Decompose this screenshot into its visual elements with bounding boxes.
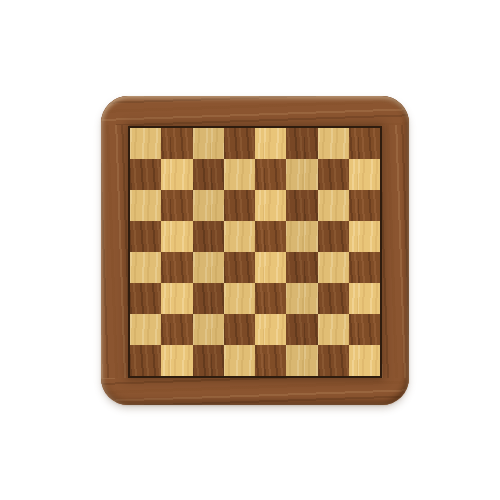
square-b8 [161,128,192,159]
square-e6 [255,190,286,221]
square-f2 [286,314,317,345]
square-d7 [224,159,255,190]
square-b4 [161,252,192,283]
square-d1 [224,345,255,376]
square-d5 [224,221,255,252]
square-g6 [318,190,349,221]
board-frame-left [101,125,129,378]
square-e1 [255,345,286,376]
square-e3 [255,283,286,314]
square-f4 [286,252,317,283]
square-f8 [286,128,317,159]
square-c4 [193,252,224,283]
square-g2 [318,314,349,345]
square-h7 [349,159,380,190]
square-b7 [161,159,192,190]
board-frame-top [101,96,409,126]
board-frame-bottom [101,377,409,405]
square-h5 [349,221,380,252]
square-h1 [349,345,380,376]
square-h6 [349,190,380,221]
square-a3 [130,283,161,314]
square-d6 [224,190,255,221]
square-c3 [193,283,224,314]
product-photo-canvas [0,0,500,500]
square-e7 [255,159,286,190]
square-g7 [318,159,349,190]
square-a1 [130,345,161,376]
square-h2 [349,314,380,345]
square-g3 [318,283,349,314]
chess-board [101,96,409,405]
square-a7 [130,159,161,190]
square-b3 [161,283,192,314]
square-b1 [161,345,192,376]
board-frame-right [381,125,409,378]
square-h8 [349,128,380,159]
square-c1 [193,345,224,376]
square-f7 [286,159,317,190]
square-b6 [161,190,192,221]
square-f5 [286,221,317,252]
square-h4 [349,252,380,283]
square-f1 [286,345,317,376]
square-a2 [130,314,161,345]
square-g5 [318,221,349,252]
square-d2 [224,314,255,345]
square-a8 [130,128,161,159]
square-c2 [193,314,224,345]
square-c5 [193,221,224,252]
square-e5 [255,221,286,252]
square-d3 [224,283,255,314]
square-g1 [318,345,349,376]
square-a5 [130,221,161,252]
square-c8 [193,128,224,159]
square-b5 [161,221,192,252]
square-c6 [193,190,224,221]
square-f3 [286,283,317,314]
square-e4 [255,252,286,283]
square-e8 [255,128,286,159]
square-f6 [286,190,317,221]
square-a4 [130,252,161,283]
square-g8 [318,128,349,159]
square-g4 [318,252,349,283]
board-grid [128,126,382,378]
square-d4 [224,252,255,283]
square-a6 [130,190,161,221]
square-d8 [224,128,255,159]
square-e2 [255,314,286,345]
square-h3 [349,283,380,314]
square-b2 [161,314,192,345]
square-c7 [193,159,224,190]
